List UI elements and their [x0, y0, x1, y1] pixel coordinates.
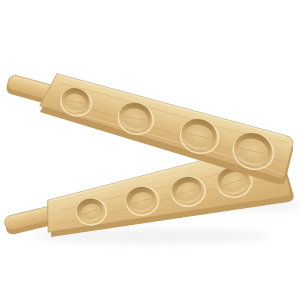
product-photo	[0, 0, 300, 300]
product-photo-svg	[0, 0, 300, 300]
upper-flight-paddle	[1, 60, 297, 186]
